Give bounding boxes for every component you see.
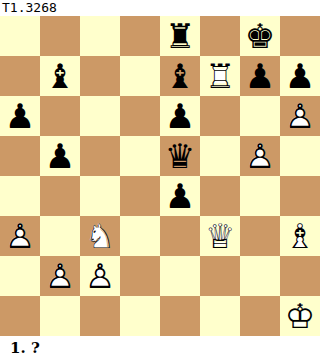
square-b4[interactable]	[40, 176, 80, 216]
white-piece-outline: ♙	[240, 136, 280, 176]
white-piece-outline: ♙	[0, 216, 40, 256]
square-c1[interactable]	[80, 296, 120, 336]
square-f4[interactable]	[200, 176, 240, 216]
puzzle-title: T1.3268	[0, 0, 57, 16]
square-f8[interactable]	[200, 16, 240, 56]
square-h4[interactable]	[280, 176, 320, 216]
black-pawn-piece[interactable]: ♟	[280, 56, 320, 96]
white-king-piece[interactable]: ♚♔	[280, 296, 320, 336]
square-g3[interactable]	[240, 216, 280, 256]
black-piece-glyph: ♝	[40, 56, 80, 96]
black-piece-glyph: ♜	[160, 16, 200, 56]
square-d1[interactable]	[120, 296, 160, 336]
square-h5[interactable]	[280, 136, 320, 176]
square-h3[interactable]: ♝♗	[280, 216, 320, 256]
square-g6[interactable]	[240, 96, 280, 136]
square-a6[interactable]: ♟	[0, 96, 40, 136]
square-h1[interactable]: ♚♔	[280, 296, 320, 336]
square-f3[interactable]: ♛♕	[200, 216, 240, 256]
square-a7[interactable]	[0, 56, 40, 96]
black-pawn-piece[interactable]: ♟	[40, 136, 80, 176]
square-b8[interactable]	[40, 16, 80, 56]
square-g7[interactable]: ♟	[240, 56, 280, 96]
square-a3[interactable]: ♟♙	[0, 216, 40, 256]
black-rook-piece[interactable]: ♜	[160, 16, 200, 56]
white-piece-outline: ♙	[80, 256, 120, 296]
square-b7[interactable]: ♝	[40, 56, 80, 96]
square-c8[interactable]	[80, 16, 120, 56]
square-d7[interactable]	[120, 56, 160, 96]
square-d2[interactable]	[120, 256, 160, 296]
square-d5[interactable]	[120, 136, 160, 176]
white-pawn-piece[interactable]: ♟♙	[280, 96, 320, 136]
black-pawn-piece[interactable]: ♟	[0, 96, 40, 136]
square-d4[interactable]	[120, 176, 160, 216]
square-h8[interactable]	[280, 16, 320, 56]
white-rook-piece[interactable]: ♜♖	[200, 56, 240, 96]
square-c6[interactable]	[80, 96, 120, 136]
square-e3[interactable]	[160, 216, 200, 256]
white-pawn-piece[interactable]: ♟♙	[240, 136, 280, 176]
black-piece-glyph: ♚	[240, 16, 280, 56]
square-f6[interactable]	[200, 96, 240, 136]
square-e5[interactable]: ♛	[160, 136, 200, 176]
white-knight-piece[interactable]: ♞♘	[80, 216, 120, 256]
black-piece-glyph: ♟	[160, 176, 200, 216]
white-pawn-piece[interactable]: ♟♙	[40, 256, 80, 296]
square-a2[interactable]	[0, 256, 40, 296]
square-f1[interactable]	[200, 296, 240, 336]
square-g1[interactable]	[240, 296, 280, 336]
square-g8[interactable]: ♚	[240, 16, 280, 56]
white-piece-outline: ♕	[200, 216, 240, 256]
square-c2[interactable]: ♟♙	[80, 256, 120, 296]
white-bishop-piece[interactable]: ♝♗	[280, 216, 320, 256]
white-queen-piece[interactable]: ♛♕	[200, 216, 240, 256]
black-piece-glyph: ♟	[280, 56, 320, 96]
square-b6[interactable]	[40, 96, 80, 136]
square-d6[interactable]	[120, 96, 160, 136]
square-b2[interactable]: ♟♙	[40, 256, 80, 296]
footer-bar: 1. ?	[0, 336, 320, 360]
white-piece-outline: ♖	[200, 56, 240, 96]
black-pawn-piece[interactable]: ♟	[240, 56, 280, 96]
square-b5[interactable]: ♟	[40, 136, 80, 176]
white-piece-outline: ♙	[280, 96, 320, 136]
square-g2[interactable]	[240, 256, 280, 296]
square-c5[interactable]	[80, 136, 120, 176]
square-a4[interactable]	[0, 176, 40, 216]
square-e6[interactable]: ♟	[160, 96, 200, 136]
square-b3[interactable]	[40, 216, 80, 256]
square-h2[interactable]	[280, 256, 320, 296]
chess-board: ♜♚♝♝♜♖♟♟♟♟♟♙♟♛♟♙♟♟♙♞♘♛♕♝♗♟♙♟♙♚♔	[0, 16, 320, 336]
black-king-piece[interactable]: ♚	[240, 16, 280, 56]
black-pawn-piece[interactable]: ♟	[160, 176, 200, 216]
white-piece-outline: ♗	[280, 216, 320, 256]
black-piece-glyph: ♟	[40, 136, 80, 176]
title-bar: T1.3268	[0, 0, 320, 16]
white-pawn-piece[interactable]: ♟♙	[0, 216, 40, 256]
square-f7[interactable]: ♜♖	[200, 56, 240, 96]
square-d3[interactable]	[120, 216, 160, 256]
square-c7[interactable]	[80, 56, 120, 96]
white-piece-outline: ♔	[280, 296, 320, 336]
square-c4[interactable]	[80, 176, 120, 216]
square-d8[interactable]	[120, 16, 160, 56]
black-bishop-piece[interactable]: ♝	[40, 56, 80, 96]
square-h6[interactable]: ♟♙	[280, 96, 320, 136]
square-g4[interactable]	[240, 176, 280, 216]
square-g5[interactable]: ♟♙	[240, 136, 280, 176]
square-b1[interactable]	[40, 296, 80, 336]
square-f2[interactable]	[200, 256, 240, 296]
move-prompt: 1. ?	[0, 339, 40, 357]
square-e1[interactable]	[160, 296, 200, 336]
white-pawn-piece[interactable]: ♟♙	[80, 256, 120, 296]
square-e2[interactable]	[160, 256, 200, 296]
black-piece-glyph: ♟	[160, 96, 200, 136]
square-h7[interactable]: ♟	[280, 56, 320, 96]
square-c3[interactable]: ♞♘	[80, 216, 120, 256]
black-piece-glyph: ♟	[240, 56, 280, 96]
black-piece-glyph: ♛	[160, 136, 200, 176]
white-piece-outline: ♙	[40, 256, 80, 296]
square-e8[interactable]: ♜	[160, 16, 200, 56]
square-a5[interactable]	[0, 136, 40, 176]
black-pawn-piece[interactable]: ♟	[160, 96, 200, 136]
square-a1[interactable]	[0, 296, 40, 336]
black-bishop-piece[interactable]: ♝	[160, 56, 200, 96]
square-e7[interactable]: ♝	[160, 56, 200, 96]
black-piece-glyph: ♟	[0, 96, 40, 136]
square-a8[interactable]	[0, 16, 40, 56]
square-e4[interactable]: ♟	[160, 176, 200, 216]
square-f5[interactable]	[200, 136, 240, 176]
white-piece-outline: ♘	[80, 216, 120, 256]
black-queen-piece[interactable]: ♛	[160, 136, 200, 176]
black-piece-glyph: ♝	[160, 56, 200, 96]
